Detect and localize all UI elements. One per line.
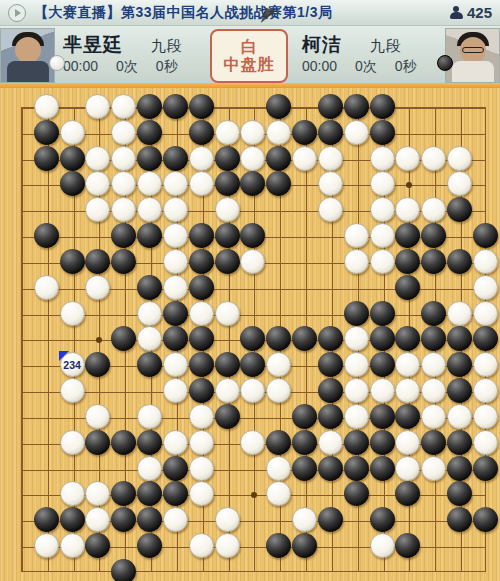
white-stone bbox=[421, 352, 446, 377]
black-stone bbox=[137, 507, 162, 532]
black-stone bbox=[370, 430, 395, 455]
black-stone bbox=[85, 352, 110, 377]
white-stone bbox=[240, 378, 265, 403]
white-stone bbox=[60, 120, 85, 145]
white-stone bbox=[60, 378, 85, 403]
go-board: 234 bbox=[0, 88, 500, 581]
black-stone bbox=[60, 146, 85, 171]
white-stone bbox=[240, 430, 265, 455]
black-stone bbox=[395, 326, 420, 351]
white-stone bbox=[473, 275, 498, 300]
right-player-name: 柯洁 bbox=[302, 32, 342, 58]
black-stone bbox=[240, 223, 265, 248]
white-stone bbox=[473, 430, 498, 455]
white-stone bbox=[215, 197, 240, 222]
black-stone bbox=[370, 352, 395, 377]
white-stone bbox=[111, 146, 136, 171]
black-stone bbox=[266, 94, 291, 119]
white-stone bbox=[85, 94, 110, 119]
last-move-stone: 234 bbox=[60, 352, 85, 377]
white-stone bbox=[473, 352, 498, 377]
black-stone bbox=[215, 171, 240, 196]
white-stone bbox=[85, 146, 110, 171]
black-stone bbox=[473, 507, 498, 532]
white-stone bbox=[137, 301, 162, 326]
black-stone bbox=[163, 326, 188, 351]
right-player-time: 00:00 bbox=[302, 58, 337, 74]
black-stone bbox=[421, 249, 446, 274]
white-stone bbox=[111, 197, 136, 222]
black-stone bbox=[189, 120, 214, 145]
black-stone bbox=[189, 94, 214, 119]
black-stone bbox=[292, 120, 317, 145]
white-stone bbox=[421, 404, 446, 429]
black-stone bbox=[137, 430, 162, 455]
black-stone bbox=[85, 249, 110, 274]
white-stone bbox=[189, 171, 214, 196]
black-stone bbox=[240, 352, 265, 377]
black-stone bbox=[292, 533, 317, 558]
black-stone bbox=[473, 326, 498, 351]
white-stone bbox=[189, 481, 214, 506]
white-stone bbox=[395, 352, 420, 377]
white-stone bbox=[240, 120, 265, 145]
black-stone bbox=[292, 430, 317, 455]
black-stone bbox=[137, 146, 162, 171]
left-player-name: 芈昱廷 bbox=[63, 32, 123, 58]
right-player-avatar[interactable] bbox=[445, 28, 500, 83]
white-stone bbox=[395, 430, 420, 455]
black-stone bbox=[111, 326, 136, 351]
white-stone bbox=[370, 171, 395, 196]
white-stone bbox=[370, 533, 395, 558]
black-stone bbox=[370, 507, 395, 532]
black-stone bbox=[447, 326, 472, 351]
white-stone bbox=[189, 533, 214, 558]
black-stone bbox=[163, 456, 188, 481]
white-stone bbox=[473, 301, 498, 326]
white-stone bbox=[292, 146, 317, 171]
black-stone bbox=[34, 120, 59, 145]
white-stone bbox=[189, 430, 214, 455]
white-stone bbox=[421, 456, 446, 481]
black-stone bbox=[292, 326, 317, 351]
white-stone bbox=[34, 533, 59, 558]
white-stone bbox=[395, 197, 420, 222]
white-stone bbox=[137, 404, 162, 429]
black-stone bbox=[137, 223, 162, 248]
left-player-info: 芈昱廷 九段 00:00 0次 0秒 bbox=[55, 26, 208, 83]
black-stone bbox=[266, 326, 291, 351]
white-stone bbox=[395, 378, 420, 403]
black-stone bbox=[189, 223, 214, 248]
last-move-number: 234 bbox=[61, 353, 84, 376]
white-stone bbox=[85, 171, 110, 196]
black-stone bbox=[163, 146, 188, 171]
white-stone bbox=[111, 120, 136, 145]
white-stone bbox=[163, 378, 188, 403]
black-stone bbox=[163, 301, 188, 326]
black-stone bbox=[163, 94, 188, 119]
white-stone bbox=[344, 326, 369, 351]
white-stone bbox=[266, 456, 291, 481]
black-stone bbox=[111, 430, 136, 455]
white-stone bbox=[447, 404, 472, 429]
white-stone bbox=[111, 94, 136, 119]
black-stone bbox=[318, 352, 343, 377]
white-stone bbox=[85, 481, 110, 506]
right-player-byoyomi-periods: 0次 bbox=[355, 58, 377, 76]
white-stone bbox=[215, 507, 240, 532]
black-stone bbox=[370, 120, 395, 145]
black-stone bbox=[189, 326, 214, 351]
black-stone bbox=[370, 326, 395, 351]
black-stone bbox=[421, 326, 446, 351]
black-stone bbox=[266, 146, 291, 171]
white-stone bbox=[344, 223, 369, 248]
broadcast-title: 【大赛直播】第33届中国名人战挑战赛第1/3局 bbox=[34, 4, 333, 22]
viewer-count: 425 bbox=[467, 4, 492, 21]
black-stone bbox=[34, 223, 59, 248]
white-stone bbox=[163, 249, 188, 274]
black-stone bbox=[34, 146, 59, 171]
black-stone bbox=[318, 507, 343, 532]
black-stone bbox=[85, 533, 110, 558]
white-stone bbox=[473, 404, 498, 429]
result-stamp-method: 中盘胜 bbox=[223, 55, 274, 74]
black-stone bbox=[266, 171, 291, 196]
black-stone bbox=[318, 326, 343, 351]
white-stone bbox=[163, 223, 188, 248]
viewers-icon bbox=[450, 6, 463, 20]
white-stone bbox=[137, 197, 162, 222]
white-stone bbox=[240, 146, 265, 171]
black-stone bbox=[344, 94, 369, 119]
white-stone bbox=[60, 533, 85, 558]
black-stone bbox=[395, 404, 420, 429]
right-player-byoyomi-seconds: 0秒 bbox=[395, 58, 417, 76]
black-stone bbox=[447, 507, 472, 532]
white-stone bbox=[60, 430, 85, 455]
white-stone bbox=[421, 378, 446, 403]
black-stone bbox=[215, 404, 240, 429]
white-stone bbox=[318, 171, 343, 196]
white-stone bbox=[163, 430, 188, 455]
black-stone bbox=[292, 404, 317, 429]
black-stone bbox=[395, 533, 420, 558]
result-stamp: 白 中盘胜 bbox=[210, 29, 288, 83]
black-stone bbox=[395, 481, 420, 506]
black-stone bbox=[240, 171, 265, 196]
white-stone-badge bbox=[49, 55, 65, 71]
right-player-rank: 九段 bbox=[370, 37, 402, 56]
white-stone bbox=[189, 404, 214, 429]
white-stone bbox=[447, 146, 472, 171]
white-stone bbox=[344, 249, 369, 274]
white-stone bbox=[215, 120, 240, 145]
white-stone bbox=[395, 456, 420, 481]
black-stone bbox=[395, 249, 420, 274]
black-stone bbox=[421, 223, 446, 248]
black-stone bbox=[60, 507, 85, 532]
white-stone bbox=[344, 378, 369, 403]
white-stone bbox=[266, 481, 291, 506]
white-stone bbox=[163, 275, 188, 300]
white-stone bbox=[137, 456, 162, 481]
black-stone bbox=[318, 94, 343, 119]
left-player-byoyomi-seconds: 0秒 bbox=[156, 58, 178, 76]
white-stone bbox=[85, 275, 110, 300]
black-stone bbox=[473, 456, 498, 481]
black-stone bbox=[137, 94, 162, 119]
black-stone bbox=[447, 197, 472, 222]
black-stone bbox=[189, 352, 214, 377]
white-stone bbox=[370, 249, 395, 274]
white-stone bbox=[473, 249, 498, 274]
black-stone bbox=[344, 430, 369, 455]
go-broadcast-app: { "game": "go (weiqi), 19x19 live broadc… bbox=[0, 0, 500, 581]
white-stone bbox=[163, 507, 188, 532]
black-stone bbox=[60, 171, 85, 196]
white-stone bbox=[447, 171, 472, 196]
white-stone bbox=[215, 533, 240, 558]
black-stone bbox=[318, 404, 343, 429]
black-stone bbox=[240, 326, 265, 351]
white-stone bbox=[60, 481, 85, 506]
white-stone bbox=[163, 197, 188, 222]
black-stone bbox=[447, 249, 472, 274]
black-stone bbox=[395, 275, 420, 300]
black-stone bbox=[111, 481, 136, 506]
white-stone bbox=[344, 120, 369, 145]
black-stone bbox=[266, 430, 291, 455]
black-stone bbox=[370, 456, 395, 481]
white-stone bbox=[240, 249, 265, 274]
black-stone bbox=[318, 456, 343, 481]
white-stone bbox=[85, 404, 110, 429]
white-stone bbox=[370, 223, 395, 248]
white-stone bbox=[111, 171, 136, 196]
left-player-avatar[interactable] bbox=[0, 28, 55, 83]
white-stone bbox=[85, 507, 110, 532]
white-stone bbox=[292, 507, 317, 532]
white-stone bbox=[421, 197, 446, 222]
black-stone bbox=[137, 481, 162, 506]
white-stone bbox=[395, 146, 420, 171]
white-stone bbox=[370, 146, 395, 171]
white-stone bbox=[370, 378, 395, 403]
white-stone bbox=[266, 120, 291, 145]
black-stone bbox=[292, 456, 317, 481]
black-stone bbox=[318, 378, 343, 403]
play-icon[interactable] bbox=[8, 4, 26, 22]
white-stone bbox=[318, 146, 343, 171]
black-stone bbox=[111, 507, 136, 532]
black-stone bbox=[447, 481, 472, 506]
black-stone bbox=[344, 456, 369, 481]
white-stone bbox=[34, 275, 59, 300]
black-stone bbox=[111, 559, 136, 581]
right-player-info: 柯洁 九段 00:00 0次 0秒 bbox=[294, 26, 445, 83]
black-stone bbox=[370, 94, 395, 119]
white-stone bbox=[370, 197, 395, 222]
result-stamp-winner: 白 bbox=[241, 38, 257, 56]
white-stone bbox=[189, 146, 214, 171]
black-stone bbox=[85, 430, 110, 455]
black-stone bbox=[137, 120, 162, 145]
broadcast-title-bar: 【大赛直播】第33届中国名人战挑战赛第1/3局 425 bbox=[0, 0, 500, 26]
white-stone bbox=[266, 352, 291, 377]
black-stone bbox=[447, 430, 472, 455]
black-stone bbox=[318, 120, 343, 145]
white-stone bbox=[473, 378, 498, 403]
black-stone bbox=[447, 352, 472, 377]
black-stone bbox=[215, 223, 240, 248]
white-stone bbox=[137, 326, 162, 351]
white-stone bbox=[189, 456, 214, 481]
black-stone bbox=[215, 249, 240, 274]
white-stone bbox=[215, 378, 240, 403]
white-stone bbox=[34, 94, 59, 119]
black-stone bbox=[344, 481, 369, 506]
white-stone bbox=[60, 301, 85, 326]
black-stone bbox=[137, 275, 162, 300]
player-info-bar: 芈昱廷 九段 00:00 0次 0秒 白 中盘胜 柯洁 九段 00:00 0次 … bbox=[0, 26, 500, 83]
board-grid: 234 bbox=[8, 94, 499, 581]
black-stone bbox=[189, 378, 214, 403]
black-stone bbox=[421, 430, 446, 455]
black-stone bbox=[34, 507, 59, 532]
black-stone bbox=[266, 533, 291, 558]
white-stone bbox=[85, 197, 110, 222]
left-player-byoyomi-periods: 0次 bbox=[116, 58, 138, 76]
black-stone bbox=[111, 223, 136, 248]
black-stone-badge bbox=[437, 55, 453, 71]
white-stone bbox=[318, 197, 343, 222]
black-stone bbox=[189, 275, 214, 300]
black-stone bbox=[111, 249, 136, 274]
white-stone bbox=[215, 301, 240, 326]
white-stone bbox=[266, 378, 291, 403]
left-player-time: 00:00 bbox=[63, 58, 98, 74]
white-stone bbox=[421, 146, 446, 171]
white-stone bbox=[318, 430, 343, 455]
white-stone bbox=[163, 352, 188, 377]
left-player-rank: 九段 bbox=[151, 37, 183, 56]
black-stone bbox=[395, 223, 420, 248]
black-stone bbox=[215, 352, 240, 377]
black-stone bbox=[421, 301, 446, 326]
white-stone bbox=[344, 404, 369, 429]
black-stone bbox=[215, 146, 240, 171]
white-stone bbox=[189, 301, 214, 326]
black-stone bbox=[189, 249, 214, 274]
black-stone bbox=[137, 352, 162, 377]
white-stone bbox=[344, 352, 369, 377]
black-stone bbox=[60, 249, 85, 274]
black-stone bbox=[137, 533, 162, 558]
black-stone bbox=[163, 481, 188, 506]
white-stone bbox=[163, 171, 188, 196]
black-stone bbox=[473, 223, 498, 248]
black-stone bbox=[370, 404, 395, 429]
black-stone bbox=[344, 301, 369, 326]
black-stone bbox=[447, 378, 472, 403]
black-stone bbox=[447, 456, 472, 481]
white-stone bbox=[447, 301, 472, 326]
white-stone bbox=[137, 171, 162, 196]
black-stone bbox=[370, 301, 395, 326]
